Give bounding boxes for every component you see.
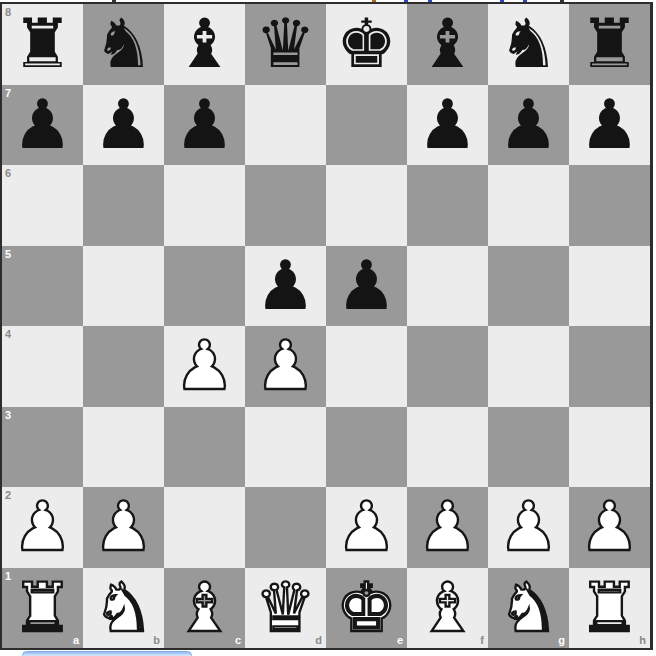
- piece-white-pawn: ♟: [245, 326, 326, 407]
- piece-black-pawn: ♟: [245, 246, 326, 327]
- file-label-h: h: [639, 635, 646, 646]
- piece-white-pawn: ♟: [2, 487, 83, 568]
- square-g6[interactable]: [488, 165, 569, 246]
- file-label-a: a: [73, 635, 79, 646]
- rank-label-7: 7: [5, 88, 11, 99]
- piece-white-bishop: ♝: [407, 568, 488, 649]
- piece-black-rook: ♜: [569, 4, 650, 85]
- square-b8[interactable]: ♞: [83, 4, 164, 85]
- file-label-c: c: [235, 635, 241, 646]
- square-b5[interactable]: [83, 246, 164, 327]
- square-e4[interactable]: [326, 326, 407, 407]
- square-g1[interactable]: ♞g: [488, 568, 569, 649]
- board-grid: ♜8♞♝♛♚♝♞♜♟7♟♟♟♟♟65♟♟4♟♟3♟2♟♟♟♟♟♜1a♞b♝c♛d…: [2, 4, 650, 648]
- square-h8[interactable]: ♜: [569, 4, 650, 85]
- square-c8[interactable]: ♝: [164, 4, 245, 85]
- piece-white-pawn: ♟: [326, 487, 407, 568]
- piece-white-king: ♚: [326, 568, 407, 649]
- square-g8[interactable]: ♞: [488, 4, 569, 85]
- square-f1[interactable]: ♝f: [407, 568, 488, 649]
- square-h6[interactable]: [569, 165, 650, 246]
- square-e1[interactable]: ♚e: [326, 568, 407, 649]
- rank-label-3: 3: [5, 410, 11, 421]
- file-label-d: d: [315, 635, 322, 646]
- square-a4[interactable]: 4: [2, 326, 83, 407]
- rank-label-2: 2: [5, 490, 11, 501]
- piece-white-rook: ♜: [2, 568, 83, 649]
- piece-black-knight: ♞: [488, 4, 569, 85]
- square-a3[interactable]: 3: [2, 407, 83, 488]
- square-h5[interactable]: [569, 246, 650, 327]
- square-g7[interactable]: ♟: [488, 85, 569, 166]
- piece-black-bishop: ♝: [164, 4, 245, 85]
- piece-black-pawn: ♟: [326, 246, 407, 327]
- file-label-g: g: [558, 635, 565, 646]
- square-d2[interactable]: [245, 487, 326, 568]
- square-d5[interactable]: ♟: [245, 246, 326, 327]
- piece-black-pawn: ♟: [407, 85, 488, 166]
- piece-black-queen: ♛: [245, 4, 326, 85]
- square-e2[interactable]: ♟: [326, 487, 407, 568]
- square-a6[interactable]: 6: [2, 165, 83, 246]
- rank-label-4: 4: [5, 329, 11, 340]
- square-c6[interactable]: [164, 165, 245, 246]
- square-a5[interactable]: 5: [2, 246, 83, 327]
- piece-white-pawn: ♟: [569, 487, 650, 568]
- square-d6[interactable]: [245, 165, 326, 246]
- piece-white-queen: ♛: [245, 568, 326, 649]
- square-h7[interactable]: ♟: [569, 85, 650, 166]
- square-g5[interactable]: [488, 246, 569, 327]
- piece-white-pawn: ♟: [164, 326, 245, 407]
- page-bottom-strip: [0, 650, 656, 656]
- square-a2[interactable]: ♟2: [2, 487, 83, 568]
- square-f2[interactable]: ♟: [407, 487, 488, 568]
- piece-black-knight: ♞: [83, 4, 164, 85]
- square-h4[interactable]: [569, 326, 650, 407]
- file-label-b: b: [153, 635, 160, 646]
- square-e7[interactable]: [326, 85, 407, 166]
- square-a8[interactable]: ♜8: [2, 4, 83, 85]
- square-d4[interactable]: ♟: [245, 326, 326, 407]
- piece-black-pawn: ♟: [2, 85, 83, 166]
- square-b7[interactable]: ♟: [83, 85, 164, 166]
- piece-white-pawn: ♟: [407, 487, 488, 568]
- piece-white-knight: ♞: [83, 568, 164, 649]
- rank-label-6: 6: [5, 168, 11, 179]
- square-f3[interactable]: [407, 407, 488, 488]
- rank-label-5: 5: [5, 249, 11, 260]
- square-f4[interactable]: [407, 326, 488, 407]
- square-e8[interactable]: ♚: [326, 4, 407, 85]
- file-label-f: f: [480, 635, 484, 646]
- piece-white-pawn: ♟: [488, 487, 569, 568]
- square-e6[interactable]: [326, 165, 407, 246]
- square-b4[interactable]: [83, 326, 164, 407]
- square-f7[interactable]: ♟: [407, 85, 488, 166]
- square-b3[interactable]: [83, 407, 164, 488]
- file-label-e: e: [397, 635, 403, 646]
- square-c2[interactable]: [164, 487, 245, 568]
- square-c1[interactable]: ♝c: [164, 568, 245, 649]
- square-h2[interactable]: ♟: [569, 487, 650, 568]
- square-b6[interactable]: [83, 165, 164, 246]
- square-c7[interactable]: ♟: [164, 85, 245, 166]
- piece-white-pawn: ♟: [83, 487, 164, 568]
- square-a7[interactable]: ♟7: [2, 85, 83, 166]
- square-c4[interactable]: ♟: [164, 326, 245, 407]
- square-g4[interactable]: [488, 326, 569, 407]
- piece-black-pawn: ♟: [83, 85, 164, 166]
- square-b1[interactable]: ♞b: [83, 568, 164, 649]
- piece-black-rook: ♜: [2, 4, 83, 85]
- piece-black-pawn: ♟: [164, 85, 245, 166]
- piece-white-bishop: ♝: [164, 568, 245, 649]
- piece-black-pawn: ♟: [488, 85, 569, 166]
- rank-label-8: 8: [5, 7, 11, 18]
- square-b2[interactable]: ♟: [83, 487, 164, 568]
- square-h3[interactable]: [569, 407, 650, 488]
- square-h1[interactable]: ♜h: [569, 568, 650, 649]
- square-c5[interactable]: [164, 246, 245, 327]
- piece-black-king: ♚: [326, 4, 407, 85]
- square-a1[interactable]: ♜1a: [2, 568, 83, 649]
- square-g2[interactable]: ♟: [488, 487, 569, 568]
- square-c3[interactable]: [164, 407, 245, 488]
- piece-white-rook: ♜: [569, 568, 650, 649]
- square-d8[interactable]: ♛: [245, 4, 326, 85]
- piece-black-pawn: ♟: [569, 85, 650, 166]
- square-g3[interactable]: [488, 407, 569, 488]
- square-f5[interactable]: [407, 246, 488, 327]
- rank-label-1: 1: [5, 571, 11, 582]
- piece-white-knight: ♞: [488, 568, 569, 649]
- square-d3[interactable]: [245, 407, 326, 488]
- horizontal-scrollbar-thumb[interactable]: [22, 651, 192, 656]
- square-e3[interactable]: [326, 407, 407, 488]
- square-f6[interactable]: [407, 165, 488, 246]
- square-e5[interactable]: ♟: [326, 246, 407, 327]
- piece-black-bishop: ♝: [407, 4, 488, 85]
- square-f8[interactable]: ♝: [407, 4, 488, 85]
- square-d1[interactable]: ♛d: [245, 568, 326, 649]
- chess-board: ♜8♞♝♛♚♝♞♜♟7♟♟♟♟♟65♟♟4♟♟3♟2♟♟♟♟♟♜1a♞b♝c♛d…: [0, 2, 653, 650]
- square-d7[interactable]: [245, 85, 326, 166]
